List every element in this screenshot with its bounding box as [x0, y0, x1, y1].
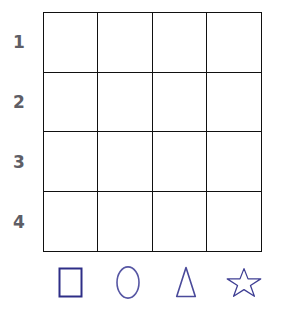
- cell-1-triangle[interactable]: [153, 13, 207, 73]
- cell-3-square[interactable]: [44, 132, 98, 192]
- cell-2-square[interactable]: [44, 73, 98, 133]
- puzzle-screen: 1 2 3 4: [0, 0, 289, 309]
- cell-1-circle[interactable]: [98, 13, 152, 73]
- cell-2-star[interactable]: [207, 73, 261, 133]
- circle-icon: [116, 266, 140, 299]
- cell-3-triangle[interactable]: [153, 132, 207, 192]
- column-symbol-square[interactable]: [41, 261, 99, 303]
- triangle-icon: [175, 266, 197, 298]
- row-label-4: 4: [4, 192, 34, 252]
- cell-3-circle[interactable]: [98, 132, 152, 192]
- row-label-2: 2: [4, 72, 34, 132]
- cell-4-star[interactable]: [207, 192, 261, 252]
- cell-2-triangle[interactable]: [153, 73, 207, 133]
- cell-4-triangle[interactable]: [153, 192, 207, 252]
- cell-4-circle[interactable]: [98, 192, 152, 252]
- cell-1-star[interactable]: [207, 13, 261, 73]
- cell-1-square[interactable]: [44, 13, 98, 73]
- square-icon: [58, 267, 83, 298]
- row-labels: 1 2 3 4: [4, 12, 34, 252]
- column-symbol-circle[interactable]: [99, 261, 157, 303]
- row-label-1: 1: [4, 12, 34, 72]
- column-symbols-tray: [41, 261, 273, 303]
- column-symbol-triangle[interactable]: [157, 261, 215, 303]
- row-label-3: 3: [4, 132, 34, 192]
- column-symbol-star[interactable]: [215, 261, 273, 303]
- cell-4-square[interactable]: [44, 192, 98, 252]
- cell-3-star[interactable]: [207, 132, 261, 192]
- board-grid: [43, 12, 262, 252]
- star-icon: [225, 267, 263, 298]
- cell-2-circle[interactable]: [98, 73, 152, 133]
